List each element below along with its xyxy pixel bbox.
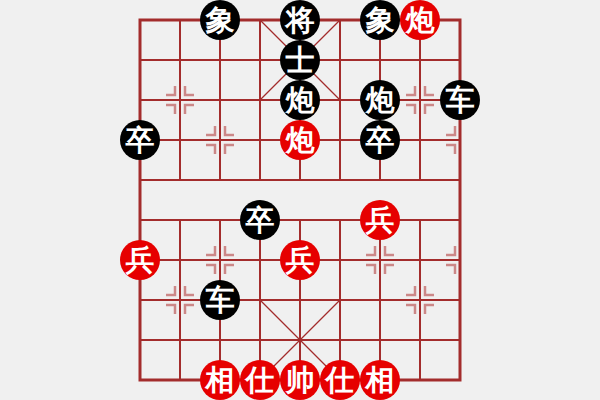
red-pawn[interactable]: 兵	[120, 240, 160, 280]
red-advisor[interactable]: 仕	[320, 360, 360, 400]
black-elephant[interactable]: 象	[200, 0, 240, 40]
red-pawn[interactable]: 兵	[280, 240, 320, 280]
black-chariot[interactable]: 车	[200, 280, 240, 320]
black-general[interactable]: 将	[280, 0, 320, 40]
red-pawn[interactable]: 兵	[360, 200, 400, 240]
black-advisor[interactable]: 士	[280, 40, 320, 80]
xiangqi-app: 象将象炮士炮炮车卒炮卒卒兵兵兵车相仕帅仕相	[0, 0, 600, 400]
black-cannon[interactable]: 炮	[280, 80, 320, 120]
red-general[interactable]: 帅	[280, 360, 320, 400]
black-elephant[interactable]: 象	[360, 0, 400, 40]
black-pawn[interactable]: 卒	[240, 200, 280, 240]
black-chariot[interactable]: 车	[440, 80, 480, 120]
black-pawn[interactable]: 卒	[360, 120, 400, 160]
xiangqi-board[interactable]: 象将象炮士炮炮车卒炮卒卒兵兵兵车相仕帅仕相	[120, 0, 480, 400]
red-cannon[interactable]: 炮	[280, 120, 320, 160]
red-elephant[interactable]: 相	[360, 360, 400, 400]
red-advisor[interactable]: 仕	[240, 360, 280, 400]
red-elephant[interactable]: 相	[200, 360, 240, 400]
black-cannon[interactable]: 炮	[360, 80, 400, 120]
black-pawn[interactable]: 卒	[120, 120, 160, 160]
red-cannon[interactable]: 炮	[400, 0, 440, 40]
